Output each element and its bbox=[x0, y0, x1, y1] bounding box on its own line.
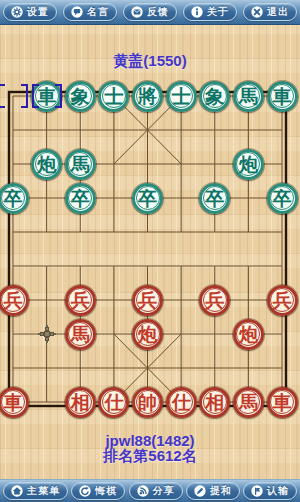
piece-character: 士 bbox=[172, 87, 191, 106]
piece-character: 象 bbox=[71, 87, 90, 106]
about-button[interactable]: 关于 bbox=[183, 3, 237, 21]
piece-black-炮[interactable]: 炮 bbox=[233, 149, 264, 180]
settings-button[interactable]: 设置 bbox=[3, 3, 57, 21]
bottom-toolbar: 主菜单 悔棋 分享 提和 认输 bbox=[0, 479, 300, 502]
offer-draw-button[interactable]: 提和 bbox=[186, 482, 240, 500]
red-player-info: jpwl88(1482) 排名第5612名 bbox=[0, 433, 300, 463]
piece-character: 士 bbox=[104, 87, 123, 106]
share-button[interactable]: 分享 bbox=[129, 482, 183, 500]
top-toolbar: 设置 名言 反馈 关于 退出 bbox=[0, 0, 300, 25]
close-icon bbox=[251, 6, 263, 18]
piece-black-車[interactable]: 車 bbox=[267, 81, 298, 112]
envelope-icon bbox=[131, 6, 143, 18]
offer-draw-label: 提和 bbox=[210, 484, 232, 498]
piece-character: 帥 bbox=[138, 393, 157, 412]
piece-black-卒[interactable]: 卒 bbox=[132, 183, 163, 214]
piece-red-相[interactable]: 相 bbox=[65, 387, 96, 418]
piece-red-炮[interactable]: 炮 bbox=[233, 319, 264, 350]
speech-bubble-icon bbox=[71, 6, 83, 18]
piece-character: 兵 bbox=[273, 291, 292, 310]
piece-character: 卒 bbox=[273, 189, 292, 208]
piece-red-車[interactable]: 車 bbox=[267, 387, 298, 418]
pencil-icon bbox=[194, 485, 206, 497]
piece-black-象[interactable]: 象 bbox=[65, 81, 96, 112]
piece-black-車[interactable]: 車 bbox=[31, 81, 62, 112]
resign-button[interactable]: 认输 bbox=[243, 482, 297, 500]
piece-black-炮[interactable]: 炮 bbox=[31, 149, 62, 180]
piece-character: 車 bbox=[4, 393, 23, 412]
piece-character: 車 bbox=[273, 87, 292, 106]
piece-red-兵[interactable]: 兵 bbox=[0, 285, 29, 316]
move-cursor bbox=[38, 325, 56, 343]
quotes-label: 名言 bbox=[87, 5, 109, 19]
main-menu-button[interactable]: 主菜单 bbox=[3, 482, 68, 500]
piece-red-仕[interactable]: 仕 bbox=[166, 387, 197, 418]
piece-black-馬[interactable]: 馬 bbox=[65, 149, 96, 180]
piece-character: 相 bbox=[205, 393, 224, 412]
settings-label: 设置 bbox=[27, 5, 49, 19]
piece-character: 炮 bbox=[37, 155, 56, 174]
home-icon bbox=[11, 485, 23, 497]
piece-character: 馬 bbox=[239, 393, 258, 412]
gear-icon bbox=[11, 6, 23, 18]
piece-character: 馬 bbox=[71, 325, 90, 344]
feedback-label: 反馈 bbox=[147, 5, 169, 19]
black-player-name: 黄盖(1550) bbox=[0, 52, 300, 71]
quotes-button[interactable]: 名言 bbox=[63, 3, 117, 21]
piece-character: 炮 bbox=[239, 325, 258, 344]
piece-red-炮[interactable]: 炮 bbox=[132, 319, 163, 350]
piece-character: 卒 bbox=[71, 189, 90, 208]
piece-red-馬[interactable]: 馬 bbox=[233, 387, 264, 418]
main-menu-label: 主菜单 bbox=[27, 484, 60, 498]
piece-character: 炮 bbox=[138, 325, 157, 344]
piece-red-馬[interactable]: 馬 bbox=[65, 319, 96, 350]
piece-character: 將 bbox=[138, 87, 157, 106]
piece-character: 馬 bbox=[71, 155, 90, 174]
undo-move-button[interactable]: 悔棋 bbox=[71, 482, 125, 500]
flag-icon bbox=[251, 485, 263, 497]
piece-red-兵[interactable]: 兵 bbox=[132, 285, 163, 316]
piece-character: 卒 bbox=[138, 189, 157, 208]
piece-character: 兵 bbox=[71, 291, 90, 310]
red-player-rank: 排名第5612名 bbox=[0, 448, 300, 463]
piece-character: 車 bbox=[37, 87, 56, 106]
exit-label: 退出 bbox=[267, 5, 289, 19]
undo-move-label: 悔棋 bbox=[95, 484, 117, 498]
piece-character: 仕 bbox=[172, 393, 191, 412]
piece-red-兵[interactable]: 兵 bbox=[267, 285, 298, 316]
last-move-marker bbox=[0, 81, 28, 111]
xiangqi-app: 设置 名言 反馈 关于 退出 黄盖(1550) bbox=[0, 0, 300, 502]
piece-character: 炮 bbox=[239, 155, 258, 174]
piece-black-士[interactable]: 士 bbox=[98, 81, 129, 112]
red-player-name: jpwl88(1482) bbox=[0, 433, 300, 448]
exit-button[interactable]: 退出 bbox=[243, 3, 297, 21]
piece-character: 仕 bbox=[104, 393, 123, 412]
piece-black-卒[interactable]: 卒 bbox=[267, 183, 298, 214]
piece-character: 車 bbox=[273, 393, 292, 412]
piece-character: 兵 bbox=[205, 291, 224, 310]
piece-character: 象 bbox=[205, 87, 224, 106]
undo-icon bbox=[79, 485, 91, 497]
piece-character: 卒 bbox=[4, 189, 23, 208]
piece-character: 馬 bbox=[239, 87, 258, 106]
feedback-button[interactable]: 反馈 bbox=[123, 3, 177, 21]
share-label: 分享 bbox=[153, 484, 175, 498]
piece-black-馬[interactable]: 馬 bbox=[233, 81, 264, 112]
piece-red-兵[interactable]: 兵 bbox=[199, 285, 230, 316]
piece-black-將[interactable]: 將 bbox=[132, 81, 163, 112]
piece-character: 兵 bbox=[138, 291, 157, 310]
share-icon bbox=[137, 485, 149, 497]
piece-red-仕[interactable]: 仕 bbox=[98, 387, 129, 418]
info-icon bbox=[191, 6, 203, 18]
piece-red-車[interactable]: 車 bbox=[0, 387, 29, 418]
resign-label: 认输 bbox=[267, 484, 289, 498]
piece-black-象[interactable]: 象 bbox=[199, 81, 230, 112]
piece-black-士[interactable]: 士 bbox=[166, 81, 197, 112]
piece-red-帥[interactable]: 帥 bbox=[132, 387, 163, 418]
piece-character: 卒 bbox=[205, 189, 224, 208]
piece-red-相[interactable]: 相 bbox=[199, 387, 230, 418]
piece-black-卒[interactable]: 卒 bbox=[199, 183, 230, 214]
xiangqi-board[interactable]: 車象士將士象馬車炮馬炮卒卒卒卒卒兵兵兵兵兵馬炮炮車相仕帥仕相馬車 bbox=[0, 79, 299, 419]
piece-red-兵[interactable]: 兵 bbox=[65, 285, 96, 316]
about-label: 关于 bbox=[207, 5, 229, 19]
piece-black-卒[interactable]: 卒 bbox=[65, 183, 96, 214]
piece-black-卒[interactable]: 卒 bbox=[0, 183, 29, 214]
piece-character: 相 bbox=[71, 393, 90, 412]
piece-character: 兵 bbox=[4, 291, 23, 310]
